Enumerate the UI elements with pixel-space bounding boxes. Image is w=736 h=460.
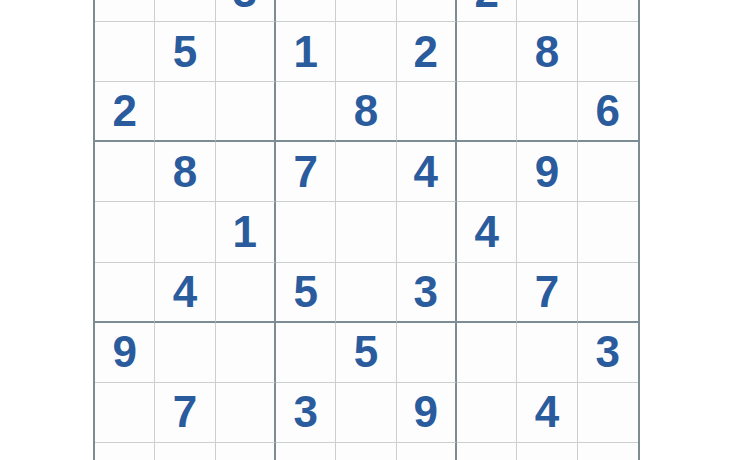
cell-r4c8[interactable]: 9 <box>517 142 577 202</box>
cell-r2c3[interactable] <box>216 22 276 82</box>
cell-r6c7[interactable] <box>457 263 517 323</box>
cell-r6c8[interactable]: 7 <box>517 263 577 323</box>
cell-r5c9[interactable] <box>578 202 638 262</box>
digit: 6 <box>596 89 620 133</box>
cell-r2c7[interactable] <box>457 22 517 82</box>
cell-r4c1[interactable] <box>95 142 155 202</box>
cell-r9c7[interactable] <box>457 443 517 460</box>
cell-r5c3[interactable]: 1 <box>216 202 276 262</box>
cell-r5c2[interactable] <box>155 202 215 262</box>
cell-r1c1[interactable] <box>95 0 155 22</box>
digit: 7 <box>535 270 559 314</box>
cell-r3c5[interactable]: 8 <box>336 82 396 142</box>
cell-r7c9[interactable]: 3 <box>578 323 638 383</box>
cell-r2c9[interactable] <box>578 22 638 82</box>
sudoku-board: 32512828687491445379537394 <box>93 0 640 460</box>
digit: 3 <box>596 330 620 374</box>
cell-r9c3[interactable] <box>216 443 276 460</box>
cell-r6c4[interactable]: 5 <box>276 263 336 323</box>
cell-r9c1[interactable] <box>95 443 155 460</box>
cell-r5c4[interactable] <box>276 202 336 262</box>
digit: 2 <box>414 30 438 74</box>
cell-r7c6[interactable] <box>397 323 457 383</box>
digit: 1 <box>293 30 317 74</box>
cell-r1c8[interactable] <box>517 0 577 22</box>
cell-r4c5[interactable] <box>336 142 396 202</box>
cell-r2c2[interactable]: 5 <box>155 22 215 82</box>
cell-r7c7[interactable] <box>457 323 517 383</box>
digit: 4 <box>535 390 559 434</box>
digit: 9 <box>112 330 136 374</box>
cell-r2c1[interactable] <box>95 22 155 82</box>
cell-r6c5[interactable] <box>336 263 396 323</box>
cell-r4c2[interactable]: 8 <box>155 142 215 202</box>
cell-r6c6[interactable]: 3 <box>397 263 457 323</box>
digit: 2 <box>112 89 136 133</box>
cell-r4c3[interactable] <box>216 142 276 202</box>
cell-r2c4[interactable]: 1 <box>276 22 336 82</box>
cell-r8c4[interactable]: 3 <box>276 383 336 443</box>
cell-r6c9[interactable] <box>578 263 638 323</box>
digit: 3 <box>233 0 257 14</box>
digit: 3 <box>293 390 317 434</box>
cell-r4c9[interactable] <box>578 142 638 202</box>
cell-r8c2[interactable]: 7 <box>155 383 215 443</box>
digit: 5 <box>354 330 378 374</box>
cell-r3c8[interactable] <box>517 82 577 142</box>
cell-r3c6[interactable] <box>397 82 457 142</box>
digit: 4 <box>474 210 498 254</box>
cell-r8c8[interactable]: 4 <box>517 383 577 443</box>
cell-r5c6[interactable] <box>397 202 457 262</box>
cell-r4c4[interactable]: 7 <box>276 142 336 202</box>
cell-r9c8[interactable] <box>517 443 577 460</box>
cell-r9c4[interactable] <box>276 443 336 460</box>
digit: 8 <box>354 89 378 133</box>
digit: 8 <box>173 150 197 194</box>
cell-r9c2[interactable] <box>155 443 215 460</box>
cell-r5c1[interactable] <box>95 202 155 262</box>
cell-r1c5[interactable] <box>336 0 396 22</box>
cell-r9c5[interactable] <box>336 443 396 460</box>
cell-r1c2[interactable] <box>155 0 215 22</box>
digit: 3 <box>414 270 438 314</box>
digit: 2 <box>474 0 498 14</box>
cell-r7c8[interactable] <box>517 323 577 383</box>
digit: 7 <box>293 150 317 194</box>
cell-r8c5[interactable] <box>336 383 396 443</box>
cell-r7c3[interactable] <box>216 323 276 383</box>
digit: 9 <box>414 390 438 434</box>
cell-r6c2[interactable]: 4 <box>155 263 215 323</box>
cell-r7c5[interactable]: 5 <box>336 323 396 383</box>
cell-r2c5[interactable] <box>336 22 396 82</box>
cell-r2c8[interactable]: 8 <box>517 22 577 82</box>
cell-r3c2[interactable] <box>155 82 215 142</box>
cell-r5c8[interactable] <box>517 202 577 262</box>
cell-r5c5[interactable] <box>336 202 396 262</box>
cell-r4c7[interactable] <box>457 142 517 202</box>
cell-r8c3[interactable] <box>216 383 276 443</box>
cell-r6c1[interactable] <box>95 263 155 323</box>
digit: 5 <box>293 270 317 314</box>
digit: 9 <box>535 150 559 194</box>
digit: 4 <box>414 150 438 194</box>
cell-r1c7[interactable]: 2 <box>457 0 517 22</box>
cell-r3c9[interactable]: 6 <box>578 82 638 142</box>
cell-r1c9[interactable] <box>578 0 638 22</box>
digit: 5 <box>173 30 197 74</box>
cell-r4c6[interactable]: 4 <box>397 142 457 202</box>
cell-r7c1[interactable]: 9 <box>95 323 155 383</box>
digit: 8 <box>535 30 559 74</box>
cell-r2c6[interactable]: 2 <box>397 22 457 82</box>
cell-r3c3[interactable] <box>216 82 276 142</box>
cell-r3c1[interactable]: 2 <box>95 82 155 142</box>
cell-r8c7[interactable] <box>457 383 517 443</box>
cell-r6c3[interactable] <box>216 263 276 323</box>
cell-r1c4[interactable] <box>276 0 336 22</box>
cell-r9c6[interactable] <box>397 443 457 460</box>
digit: 4 <box>173 270 197 314</box>
cell-r3c7[interactable] <box>457 82 517 142</box>
cell-r1c3[interactable]: 3 <box>216 0 276 22</box>
sudoku-viewport: 32512828687491445379537394 <box>0 0 736 460</box>
digit: 7 <box>173 390 197 434</box>
cell-r5c7[interactable]: 4 <box>457 202 517 262</box>
cell-r7c4[interactable] <box>276 323 336 383</box>
cell-r7c2[interactable] <box>155 323 215 383</box>
cell-r8c1[interactable] <box>95 383 155 443</box>
cell-r1c6[interactable] <box>397 0 457 22</box>
digit: 1 <box>233 210 257 254</box>
cell-r9c9[interactable] <box>578 443 638 460</box>
cell-r3c4[interactable] <box>276 82 336 142</box>
cell-r8c9[interactable] <box>578 383 638 443</box>
cell-r8c6[interactable]: 9 <box>397 383 457 443</box>
